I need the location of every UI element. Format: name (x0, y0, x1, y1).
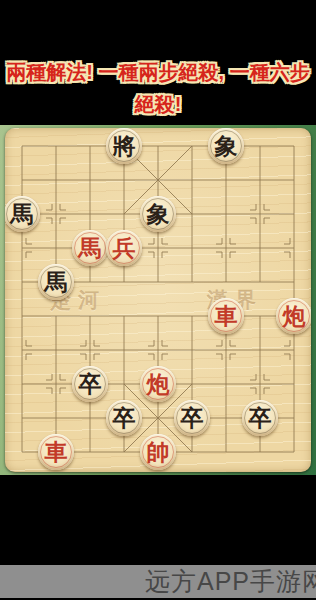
pieces-layer: 將象馬象馬兵馬車炮卒炮卒卒卒車帥 (5, 129, 311, 469)
watermark-bar: 远方APP手游网 (0, 565, 316, 598)
piece-black-soldier-b[interactable]: 卒 (106, 400, 142, 436)
piece-red-cannon-edge[interactable]: 炮 (276, 298, 311, 334)
puzzle-title: 兩種解法! 一種兩步絕殺, 一種六步 絕殺! (0, 56, 316, 120)
piece-red-cannon-palace[interactable]: 炮 (140, 366, 176, 402)
piece-red-chariot-right[interactable]: 車 (208, 298, 244, 334)
xiangqi-board[interactable]: 楚河 漢界 將象馬象馬兵馬車炮卒炮卒卒卒車帥 (5, 128, 311, 472)
board-frame: 楚河 漢界 將象馬象馬兵馬車炮卒炮卒卒卒車帥 (0, 125, 316, 475)
title-line-1: 兩種解法! 一種兩步絕殺, 一種六步 (0, 56, 316, 88)
piece-red-horse[interactable]: 馬 (72, 230, 108, 266)
piece-red-general[interactable]: 帥 (140, 434, 176, 470)
piece-black-elephant-right[interactable]: 象 (208, 128, 244, 164)
piece-black-horse-advanced[interactable]: 馬 (38, 264, 74, 300)
watermark-text: 远方APP手游网 (0, 565, 316, 598)
app-screen: 兩種解法! 一種兩步絕殺, 一種六步 絕殺! 楚河 漢界 將象馬象馬兵馬車炮卒炮… (0, 0, 316, 600)
piece-black-soldier-a[interactable]: 卒 (72, 366, 108, 402)
title-line-2: 絕殺! (0, 88, 316, 120)
piece-black-soldier-d[interactable]: 卒 (242, 400, 278, 436)
piece-black-general[interactable]: 將 (106, 128, 142, 164)
piece-red-chariot-left[interactable]: 車 (38, 434, 74, 470)
piece-black-elephant-center[interactable]: 象 (140, 196, 176, 232)
piece-black-soldier-c[interactable]: 卒 (174, 400, 210, 436)
piece-red-soldier[interactable]: 兵 (106, 230, 142, 266)
piece-black-horse-left[interactable]: 馬 (5, 196, 40, 232)
